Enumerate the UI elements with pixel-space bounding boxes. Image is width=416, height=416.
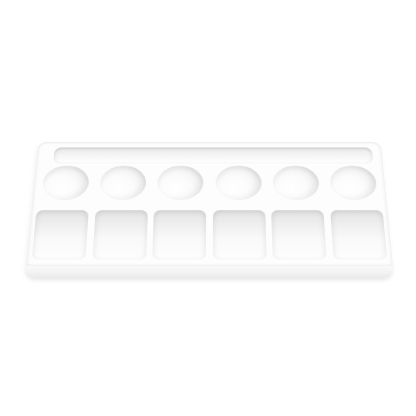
square-well xyxy=(152,210,206,260)
round-well xyxy=(215,166,261,200)
round-well-row xyxy=(33,166,387,200)
round-well xyxy=(329,166,378,200)
round-well xyxy=(99,166,147,200)
square-well xyxy=(92,210,148,260)
mixing-trough-well xyxy=(53,147,373,164)
round-well xyxy=(272,166,320,200)
round-well xyxy=(41,166,90,200)
photo-canvas xyxy=(0,0,416,416)
square-well xyxy=(213,210,267,260)
square-well-row xyxy=(27,210,393,260)
round-well xyxy=(157,166,203,200)
tray-front-wall xyxy=(26,265,393,278)
square-well xyxy=(32,210,89,260)
tray-top-surface xyxy=(26,142,393,266)
square-well xyxy=(271,210,327,260)
paint-palette-tray xyxy=(0,0,416,416)
square-well xyxy=(330,210,387,260)
